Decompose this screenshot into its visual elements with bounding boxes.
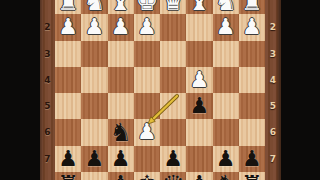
square-c5[interactable]: ♟ (186, 93, 212, 119)
rank-label-right-7: 7 (265, 146, 281, 172)
black-knight-f6[interactable]: ♞ (109, 120, 131, 145)
square-d8[interactable]: ♛ (160, 172, 186, 180)
rank-label-right-4: 4 (265, 67, 281, 93)
black-pawn-b7[interactable]: ♟ (216, 148, 236, 170)
square-c1[interactable]: ♝ (186, 0, 212, 14)
square-b7[interactable]: ♟ (213, 146, 239, 172)
rank-labels-left: 234567 (40, 0, 55, 180)
square-c4[interactable]: ♟ (186, 67, 212, 93)
black-queen-d8[interactable]: ♛ (162, 172, 184, 180)
black-pawn-h7[interactable]: ♟ (58, 148, 78, 170)
black-king-e8[interactable]: ♚ (136, 172, 158, 180)
square-h3[interactable] (55, 41, 81, 67)
white-queen-d1[interactable]: ♛ (162, 0, 184, 14)
square-h2[interactable]: ♟ (55, 14, 81, 40)
square-a1[interactable]: ♜ (239, 0, 265, 14)
chess-board-screenshot: 234567 ♜♞♝♚♛♝♞♜♟♟♟♟♟♟♟♟♞♟♟♟♟♟♟♟♜♝♚♛♝♞♜ 2… (0, 0, 320, 180)
rank-label-right-5: 5 (265, 93, 281, 119)
black-pawn-g7[interactable]: ♟ (85, 148, 105, 170)
white-pawn-e6[interactable]: ♟ (137, 121, 157, 143)
black-knight-b8[interactable]: ♞ (214, 172, 236, 180)
white-pawn-a2[interactable]: ♟ (242, 16, 262, 38)
square-a4[interactable] (239, 67, 265, 93)
square-e4[interactable] (134, 67, 160, 93)
board-area: 234567 ♜♞♝♚♛♝♞♜♟♟♟♟♟♟♟♟♞♟♟♟♟♟♟♟♜♝♚♛♝♞♜ 2… (40, 0, 281, 180)
square-a7[interactable]: ♟ (239, 146, 265, 172)
square-d3[interactable] (160, 41, 186, 67)
square-d6[interactable] (160, 119, 186, 145)
square-e5[interactable] (134, 93, 160, 119)
square-e2[interactable]: ♟ (134, 14, 160, 40)
rank-label-left-4: 4 (40, 67, 55, 93)
rank-labels-right: 234567 (265, 0, 281, 180)
square-g6[interactable] (81, 119, 107, 145)
black-bishop-c8[interactable]: ♝ (188, 172, 210, 180)
square-d7[interactable]: ♟ (160, 146, 186, 172)
black-pawn-a7[interactable]: ♟ (242, 148, 262, 170)
white-king-e1[interactable]: ♚ (136, 0, 158, 14)
rank-label-right-3: 3 (265, 41, 281, 67)
square-e7[interactable] (134, 146, 160, 172)
square-f5[interactable] (108, 93, 134, 119)
rank-label-right-2: 2 (265, 14, 281, 40)
square-e1[interactable]: ♚ (134, 0, 160, 14)
white-knight-b1[interactable]: ♞ (214, 0, 236, 14)
white-pawn-f2[interactable]: ♟ (111, 16, 131, 38)
square-f7[interactable]: ♟ (108, 146, 134, 172)
black-pawn-f7[interactable]: ♟ (111, 148, 131, 170)
square-a8[interactable]: ♜ (239, 172, 265, 180)
square-b1[interactable]: ♞ (213, 0, 239, 14)
white-bishop-f1[interactable]: ♝ (109, 0, 131, 14)
white-rook-a1[interactable]: ♜ (241, 0, 263, 14)
square-h5[interactable] (55, 93, 81, 119)
chess-board[interactable]: ♜♞♝♚♛♝♞♜♟♟♟♟♟♟♟♟♞♟♟♟♟♟♟♟♜♝♚♛♝♞♜ (55, 0, 265, 180)
black-bishop-f8[interactable]: ♝ (109, 172, 131, 180)
square-g3[interactable] (81, 41, 107, 67)
square-g8[interactable] (81, 172, 107, 180)
square-b3[interactable] (213, 41, 239, 67)
square-c8[interactable]: ♝ (186, 172, 212, 180)
square-a5[interactable] (239, 93, 265, 119)
square-f6[interactable]: ♞ (108, 119, 134, 145)
square-b8[interactable]: ♞ (213, 172, 239, 180)
white-pawn-b2[interactable]: ♟ (216, 16, 236, 38)
square-h4[interactable] (55, 67, 81, 93)
square-f8[interactable]: ♝ (108, 172, 134, 180)
square-g5[interactable] (81, 93, 107, 119)
rank-label-left-2: 2 (40, 14, 55, 40)
black-pawn-c5[interactable]: ♟ (190, 95, 210, 117)
white-rook-h1[interactable]: ♜ (57, 0, 79, 14)
white-knight-g1[interactable]: ♞ (83, 0, 105, 14)
square-h6[interactable] (55, 119, 81, 145)
white-bishop-c1[interactable]: ♝ (188, 0, 210, 14)
black-rook-a8[interactable]: ♜ (241, 172, 263, 180)
rank-label-left-7: 7 (40, 146, 55, 172)
square-a6[interactable] (239, 119, 265, 145)
square-h1[interactable]: ♜ (55, 0, 81, 14)
square-e8[interactable]: ♚ (134, 172, 160, 180)
rank-label-left-3: 3 (40, 41, 55, 67)
square-c3[interactable] (186, 41, 212, 67)
black-pawn-d7[interactable]: ♟ (163, 148, 183, 170)
rank-label-left-6: 6 (40, 119, 55, 145)
square-h7[interactable]: ♟ (55, 146, 81, 172)
square-a3[interactable] (239, 41, 265, 67)
square-c7[interactable] (186, 146, 212, 172)
square-f2[interactable]: ♟ (108, 14, 134, 40)
white-pawn-h2[interactable]: ♟ (58, 16, 78, 38)
black-rook-h8[interactable]: ♜ (57, 172, 79, 180)
square-d4[interactable] (160, 67, 186, 93)
square-b4[interactable] (213, 67, 239, 93)
square-f3[interactable] (108, 41, 134, 67)
rank-label-right-6: 6 (265, 119, 281, 145)
square-g4[interactable] (81, 67, 107, 93)
white-pawn-e2[interactable]: ♟ (137, 16, 157, 38)
square-f4[interactable] (108, 67, 134, 93)
square-d2[interactable] (160, 14, 186, 40)
square-e3[interactable] (134, 41, 160, 67)
square-b6[interactable] (213, 119, 239, 145)
square-b5[interactable] (213, 93, 239, 119)
square-c6[interactable] (186, 119, 212, 145)
white-pawn-g2[interactable]: ♟ (85, 16, 105, 38)
white-pawn-c4[interactable]: ♟ (190, 69, 210, 91)
square-g1[interactable]: ♞ (81, 0, 107, 14)
square-b2[interactable]: ♟ (213, 14, 239, 40)
square-c2[interactable] (186, 14, 212, 40)
square-a2[interactable]: ♟ (239, 14, 265, 40)
square-e6[interactable]: ♟ (134, 119, 160, 145)
rank-label-left-5: 5 (40, 93, 55, 119)
square-g2[interactable]: ♟ (81, 14, 107, 40)
square-d1[interactable]: ♛ (160, 0, 186, 14)
square-d5[interactable] (160, 93, 186, 119)
square-g7[interactable]: ♟ (81, 146, 107, 172)
square-f1[interactable]: ♝ (108, 0, 134, 14)
square-h8[interactable]: ♜ (55, 172, 81, 180)
